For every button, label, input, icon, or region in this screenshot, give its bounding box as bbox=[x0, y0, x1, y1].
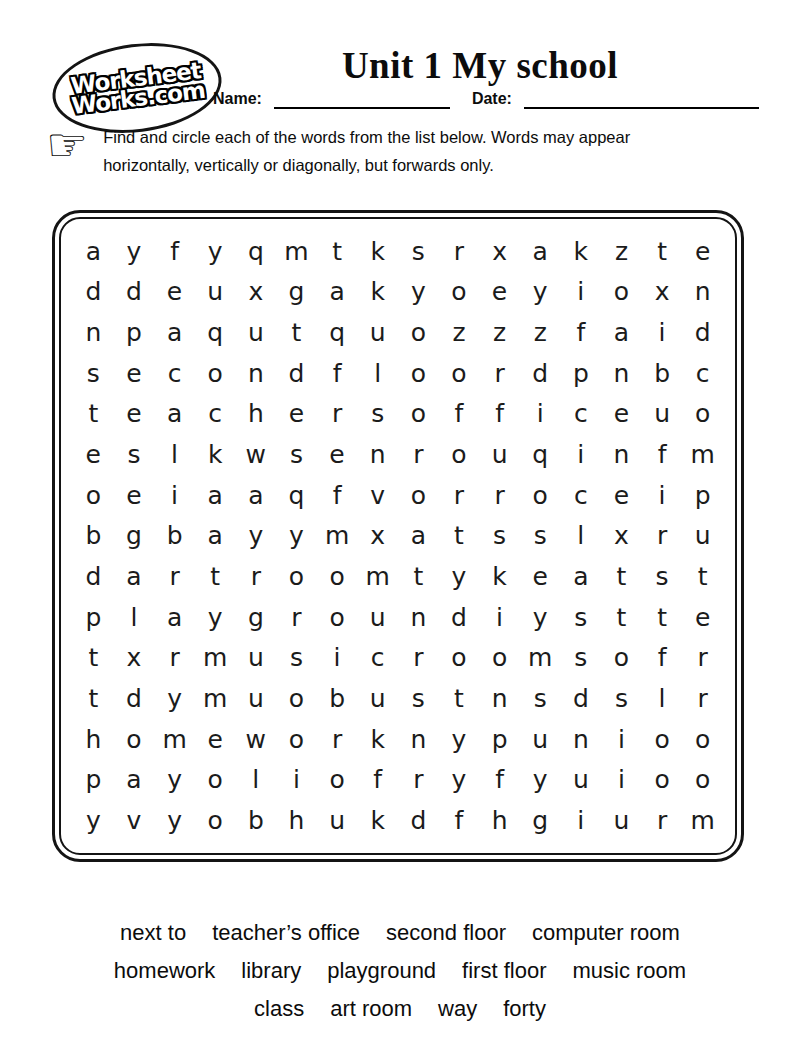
grid-cell-r9c11[interactable]: k bbox=[479, 556, 520, 597]
grid-cell-r3c4[interactable]: q bbox=[195, 312, 236, 353]
grid-cell-r8c4[interactable]: a bbox=[195, 516, 236, 557]
grid-cell-r4c5[interactable]: n bbox=[236, 353, 277, 394]
grid-cell-r14c9[interactable]: r bbox=[398, 760, 439, 801]
grid-cell-r11c15[interactable]: f bbox=[642, 638, 683, 679]
grid-cell-r15c15[interactable]: r bbox=[642, 800, 683, 841]
grid-cell-r15c10[interactable]: f bbox=[439, 800, 480, 841]
grid-cell-r1c13[interactable]: k bbox=[561, 231, 602, 272]
grid-cell-r4c6[interactable]: d bbox=[276, 353, 317, 394]
grid-cell-r1c2[interactable]: y bbox=[114, 231, 155, 272]
grid-cell-r6c9[interactable]: r bbox=[398, 434, 439, 475]
date-label: Date: bbox=[472, 90, 512, 109]
grid-cell-r10c10[interactable]: d bbox=[439, 597, 480, 638]
grid-cell-r2c5[interactable]: x bbox=[236, 272, 277, 313]
grid-cell-r11c11[interactable]: o bbox=[479, 638, 520, 679]
grid-cell-r3c2[interactable]: p bbox=[114, 312, 155, 353]
grid-cell-r11c3[interactable]: r bbox=[154, 638, 195, 679]
grid-cell-r2c13[interactable]: i bbox=[561, 272, 602, 313]
grid-cell-r14c8[interactable]: f bbox=[357, 760, 398, 801]
grid-cell-r6c5[interactable]: w bbox=[236, 434, 277, 475]
word-list: next toteacher’s officesecond floorcompu… bbox=[0, 914, 800, 1028]
grid-cell-r13c8[interactable]: k bbox=[357, 719, 398, 760]
grid-cell-r11c6[interactable]: s bbox=[276, 638, 317, 679]
grid-cell-r11c9[interactable]: r bbox=[398, 638, 439, 679]
grid-cell-r10c7[interactable]: o bbox=[317, 597, 358, 638]
grid-cell-r1c14[interactable]: z bbox=[601, 231, 642, 272]
grid-cell-r5c2[interactable]: e bbox=[114, 394, 155, 435]
word-list-item: first floor bbox=[462, 958, 546, 983]
grid-cell-r14c16[interactable]: o bbox=[682, 760, 723, 801]
word-list-item: forty bbox=[503, 996, 546, 1021]
grid-cell-r3c12[interactable]: z bbox=[520, 312, 561, 353]
grid-cell-r14c15[interactable]: o bbox=[642, 760, 683, 801]
word-list-item: next to bbox=[120, 920, 186, 945]
grid-cell-r7c5[interactable]: a bbox=[236, 475, 277, 516]
grid-cell-r4c8[interactable]: l bbox=[357, 353, 398, 394]
grid-cell-r8c13[interactable]: l bbox=[561, 516, 602, 557]
grid-cell-r15c6[interactable]: h bbox=[276, 800, 317, 841]
grid-cell-r7c6[interactable]: q bbox=[276, 475, 317, 516]
grid-cell-r10c11[interactable]: i bbox=[479, 597, 520, 638]
grid-cell-r7c1[interactable]: o bbox=[73, 475, 114, 516]
grid-cell-r3c5[interactable]: u bbox=[236, 312, 277, 353]
grid-cell-r8c14[interactable]: x bbox=[601, 516, 642, 557]
grid-cell-r12c4[interactable]: m bbox=[195, 678, 236, 719]
grid-cell-r9c3[interactable]: r bbox=[154, 556, 195, 597]
grid-cell-r9c15[interactable]: s bbox=[642, 556, 683, 597]
grid-cell-r7c16[interactable]: p bbox=[682, 475, 723, 516]
grid-cell-r5c7[interactable]: r bbox=[317, 394, 358, 435]
grid-cell-r14c4[interactable]: o bbox=[195, 760, 236, 801]
grid-cell-r11c2[interactable]: x bbox=[114, 638, 155, 679]
word-list-item: second floor bbox=[386, 920, 506, 945]
grid-cell-r4c15[interactable]: b bbox=[642, 353, 683, 394]
grid-cell-r8c8[interactable]: x bbox=[357, 516, 398, 557]
grid-cell-r8c12[interactable]: s bbox=[520, 516, 561, 557]
grid-cell-r15c8[interactable]: k bbox=[357, 800, 398, 841]
grid-cell-r13c9[interactable]: n bbox=[398, 719, 439, 760]
grid-cell-r1c11[interactable]: x bbox=[479, 231, 520, 272]
grid-cell-r11c12[interactable]: m bbox=[520, 638, 561, 679]
word-list-row: homeworklibraryplaygroundfirst floormusi… bbox=[0, 952, 800, 990]
grid-cell-r15c5[interactable]: b bbox=[236, 800, 277, 841]
page-title: Unit 1 My school bbox=[200, 44, 760, 87]
grid-cell-r5c4[interactable]: c bbox=[195, 394, 236, 435]
grid-cell-r12c1[interactable]: t bbox=[73, 678, 114, 719]
grid-cell-r13c7[interactable]: r bbox=[317, 719, 358, 760]
grid-cell-r12c12[interactable]: s bbox=[520, 678, 561, 719]
grid-cell-r5c8[interactable]: s bbox=[357, 394, 398, 435]
grid-cell-r12c8[interactable]: u bbox=[357, 678, 398, 719]
word-list-item: homework bbox=[114, 958, 215, 983]
grid-cell-r12c13[interactable]: d bbox=[561, 678, 602, 719]
grid-cell-r9c5[interactable]: r bbox=[236, 556, 277, 597]
word-list-item: computer room bbox=[532, 920, 680, 945]
name-date-row: Name: Date: bbox=[213, 90, 759, 109]
grid-cell-r7c9[interactable]: o bbox=[398, 475, 439, 516]
word-list-item: playground bbox=[327, 958, 436, 983]
grid-cell-r1c3[interactable]: f bbox=[154, 231, 195, 272]
grid-cell-r2c7[interactable]: a bbox=[317, 272, 358, 313]
grid-cell-r15c7[interactable]: u bbox=[317, 800, 358, 841]
grid-cell-r7c2[interactable]: e bbox=[114, 475, 155, 516]
grid-cell-r10c8[interactable]: u bbox=[357, 597, 398, 638]
grid-cell-r9c9[interactable]: t bbox=[398, 556, 439, 597]
grid-cell-r1c9[interactable]: s bbox=[398, 231, 439, 272]
word-list-row: next toteacher’s officesecond floorcompu… bbox=[0, 914, 800, 952]
grid-cell-r14c12[interactable]: y bbox=[520, 760, 561, 801]
grid-cell-r4c1[interactable]: s bbox=[73, 353, 114, 394]
grid-cell-r13c10[interactable]: y bbox=[439, 719, 480, 760]
grid-cell-r9c13[interactable]: a bbox=[561, 556, 602, 597]
grid-cell-r13c16[interactable]: o bbox=[682, 719, 723, 760]
grid-cell-r4c9[interactable]: o bbox=[398, 353, 439, 394]
grid-cell-r15c1[interactable]: y bbox=[73, 800, 114, 841]
grid-cell-r14c3[interactable]: y bbox=[154, 760, 195, 801]
grid-cell-r9c2[interactable]: a bbox=[114, 556, 155, 597]
grid-cell-r5c16[interactable]: o bbox=[682, 394, 723, 435]
grid-cell-r15c12[interactable]: g bbox=[520, 800, 561, 841]
grid-cell-r9c1[interactable]: d bbox=[73, 556, 114, 597]
grid-cell-r2c6[interactable]: g bbox=[276, 272, 317, 313]
grid-cell-r2c12[interactable]: y bbox=[520, 272, 561, 313]
grid-cell-r14c14[interactable]: i bbox=[601, 760, 642, 801]
grid-cell-r5c10[interactable]: f bbox=[439, 394, 480, 435]
grid-cell-r1c1[interactable]: a bbox=[73, 231, 114, 272]
grid-cell-r4c13[interactable]: p bbox=[561, 353, 602, 394]
grid-cell-r12c11[interactable]: n bbox=[479, 678, 520, 719]
grid-cell-r4c11[interactable]: r bbox=[479, 353, 520, 394]
grid-cell-r10c14[interactable]: t bbox=[601, 597, 642, 638]
grid-cell-r1c10[interactable]: r bbox=[439, 231, 480, 272]
grid-cell-r6c8[interactable]: n bbox=[357, 434, 398, 475]
grid-cell-r2c14[interactable]: o bbox=[601, 272, 642, 313]
grid-cell-r6c14[interactable]: n bbox=[601, 434, 642, 475]
grid-cell-r12c5[interactable]: u bbox=[236, 678, 277, 719]
grid-cell-r2c8[interactable]: k bbox=[357, 272, 398, 313]
grid-cell-r8c7[interactable]: m bbox=[317, 516, 358, 557]
grid-cell-r4c7[interactable]: f bbox=[317, 353, 358, 394]
wordsearch-board: ayfyqmtksrxakzteddeuxgakyoeyioxnnpaqutqu… bbox=[52, 210, 744, 862]
grid-cell-r1c15[interactable]: t bbox=[642, 231, 683, 272]
grid-cell-r11c10[interactable]: o bbox=[439, 638, 480, 679]
word-list-item: teacher’s office bbox=[212, 920, 360, 945]
grid-cell-r14c13[interactable]: u bbox=[561, 760, 602, 801]
grid-cell-r14c10[interactable]: y bbox=[439, 760, 480, 801]
grid-cell-r9c16[interactable]: t bbox=[682, 556, 723, 597]
word-list-item: music room bbox=[572, 958, 686, 983]
grid-cell-r13c11[interactable]: p bbox=[479, 719, 520, 760]
grid-cell-r4c14[interactable]: n bbox=[601, 353, 642, 394]
grid-cell-r4c16[interactable]: c bbox=[682, 353, 723, 394]
instructions-block: ☞ Find and circle each of the words from… bbox=[46, 122, 752, 179]
grid-cell-r8c11[interactable]: s bbox=[479, 516, 520, 557]
grid-cell-r6c12[interactable]: q bbox=[520, 434, 561, 475]
word-list-item: class bbox=[254, 996, 304, 1021]
grid-cell-r10c1[interactable]: p bbox=[73, 597, 114, 638]
grid-cell-r15c16[interactable]: m bbox=[682, 800, 723, 841]
grid-cell-r3c7[interactable]: q bbox=[317, 312, 358, 353]
word-list-item: library bbox=[241, 958, 301, 983]
grid-cell-r10c3[interactable]: a bbox=[154, 597, 195, 638]
grid-cell-r5c1[interactable]: t bbox=[73, 394, 114, 435]
grid-cell-r11c13[interactable]: s bbox=[561, 638, 602, 679]
word-list-row: classart roomwayforty bbox=[0, 990, 800, 1028]
grid-cell-r3c1[interactable]: n bbox=[73, 312, 114, 353]
grid-cell-r1c6[interactable]: m bbox=[276, 231, 317, 272]
grid-cell-r6c2[interactable]: s bbox=[114, 434, 155, 475]
grid-cell-r4c12[interactable]: d bbox=[520, 353, 561, 394]
grid-cell-r6c7[interactable]: e bbox=[317, 434, 358, 475]
grid-cell-r10c12[interactable]: y bbox=[520, 597, 561, 638]
grid-cell-r2c10[interactable]: o bbox=[439, 272, 480, 313]
grid-cell-r10c4[interactable]: y bbox=[195, 597, 236, 638]
grid-cell-r5c11[interactable]: f bbox=[479, 394, 520, 435]
word-list-item: way bbox=[438, 996, 477, 1021]
grid-cell-r3c10[interactable]: z bbox=[439, 312, 480, 353]
grid-cell-r13c12[interactable]: u bbox=[520, 719, 561, 760]
grid-cell-r10c2[interactable]: l bbox=[114, 597, 155, 638]
grid-cell-r8c5[interactable]: y bbox=[236, 516, 277, 557]
grid-cell-r10c13[interactable]: s bbox=[561, 597, 602, 638]
grid-cell-r12c6[interactable]: o bbox=[276, 678, 317, 719]
grid-cell-r14c6[interactable]: i bbox=[276, 760, 317, 801]
grid-cell-r4c4[interactable]: o bbox=[195, 353, 236, 394]
grid-cell-r4c2[interactable]: e bbox=[114, 353, 155, 394]
grid-cell-r7c14[interactable]: e bbox=[601, 475, 642, 516]
grid-cell-r2c15[interactable]: x bbox=[642, 272, 683, 313]
grid-cell-r7c12[interactable]: o bbox=[520, 475, 561, 516]
grid-cell-r10c5[interactable]: g bbox=[236, 597, 277, 638]
grid-cell-r6c4[interactable]: k bbox=[195, 434, 236, 475]
grid-cell-r10c16[interactable]: e bbox=[682, 597, 723, 638]
grid-cell-r7c8[interactable]: v bbox=[357, 475, 398, 516]
grid-cell-r10c15[interactable]: t bbox=[642, 597, 683, 638]
grid-cell-r9c6[interactable]: o bbox=[276, 556, 317, 597]
grid-cell-r11c14[interactable]: o bbox=[601, 638, 642, 679]
grid-cell-r5c15[interactable]: u bbox=[642, 394, 683, 435]
grid-cell-r13c15[interactable]: o bbox=[642, 719, 683, 760]
grid-cell-r8c15[interactable]: r bbox=[642, 516, 683, 557]
grid-cell-r11c1[interactable]: t bbox=[73, 638, 114, 679]
pointing-hand-icon: ☞ bbox=[46, 122, 88, 168]
grid-cell-r13c1[interactable]: h bbox=[73, 719, 114, 760]
grid-cell-r15c4[interactable]: o bbox=[195, 800, 236, 841]
grid-cell-r10c9[interactable]: n bbox=[398, 597, 439, 638]
grid-cell-r3c14[interactable]: a bbox=[601, 312, 642, 353]
grid-cell-r4c3[interactable]: c bbox=[154, 353, 195, 394]
grid-cell-r6c13[interactable]: i bbox=[561, 434, 602, 475]
grid-cell-r5c13[interactable]: c bbox=[561, 394, 602, 435]
grid-cell-r3c13[interactable]: f bbox=[561, 312, 602, 353]
grid-cell-r7c3[interactable]: i bbox=[154, 475, 195, 516]
grid-cell-r8c9[interactable]: a bbox=[398, 516, 439, 557]
grid-cell-r5c12[interactable]: i bbox=[520, 394, 561, 435]
grid-cell-r7c7[interactable]: f bbox=[317, 475, 358, 516]
grid-cell-r10c6[interactable]: r bbox=[276, 597, 317, 638]
grid-cell-r15c11[interactable]: h bbox=[479, 800, 520, 841]
grid-cell-r1c7[interactable]: t bbox=[317, 231, 358, 272]
grid-cell-r12c16[interactable]: r bbox=[682, 678, 723, 719]
grid-cell-r5c14[interactable]: e bbox=[601, 394, 642, 435]
date-input-line[interactable] bbox=[524, 91, 759, 109]
grid-cell-r1c12[interactable]: a bbox=[520, 231, 561, 272]
grid-cell-r8c10[interactable]: t bbox=[439, 516, 480, 557]
grid-cell-r6c3[interactable]: l bbox=[154, 434, 195, 475]
instructions-text: Find and circle each of the words from t… bbox=[103, 122, 630, 179]
grid-cell-r11c16[interactable]: r bbox=[682, 638, 723, 679]
grid-cell-r6c11[interactable]: u bbox=[479, 434, 520, 475]
grid-cell-r5c9[interactable]: o bbox=[398, 394, 439, 435]
grid-cell-r12c3[interactable]: y bbox=[154, 678, 195, 719]
grid-cell-r8c2[interactable]: g bbox=[114, 516, 155, 557]
grid-cell-r11c5[interactable]: u bbox=[236, 638, 277, 679]
grid-cell-r13c14[interactable]: i bbox=[601, 719, 642, 760]
grid-cell-r2c9[interactable]: y bbox=[398, 272, 439, 313]
grid-cell-r6c6[interactable]: s bbox=[276, 434, 317, 475]
grid-cell-r14c5[interactable]: l bbox=[236, 760, 277, 801]
grid-cell-r12c7[interactable]: b bbox=[317, 678, 358, 719]
grid-cell-r13c6[interactable]: o bbox=[276, 719, 317, 760]
name-input-line[interactable] bbox=[274, 91, 450, 109]
grid-cell-r2c2[interactable]: d bbox=[114, 272, 155, 313]
name-label: Name: bbox=[213, 90, 262, 109]
grid-cell-r8c3[interactable]: b bbox=[154, 516, 195, 557]
grid-cell-r13c13[interactable]: n bbox=[561, 719, 602, 760]
grid-cell-r14c1[interactable]: p bbox=[73, 760, 114, 801]
grid-cell-r9c7[interactable]: o bbox=[317, 556, 358, 597]
grid-cell-r13c5[interactable]: w bbox=[236, 719, 277, 760]
grid-cell-r12c14[interactable]: s bbox=[601, 678, 642, 719]
grid-cell-r6c16[interactable]: m bbox=[682, 434, 723, 475]
grid-cell-r6c10[interactable]: o bbox=[439, 434, 480, 475]
grid-cell-r12c15[interactable]: l bbox=[642, 678, 683, 719]
grid-cell-r11c7[interactable]: i bbox=[317, 638, 358, 679]
grid-cell-r9c4[interactable]: t bbox=[195, 556, 236, 597]
grid-cell-r7c11[interactable]: r bbox=[479, 475, 520, 516]
grid-cell-r9c10[interactable]: y bbox=[439, 556, 480, 597]
grid-cell-r7c4[interactable]: a bbox=[195, 475, 236, 516]
grid-cell-r15c3[interactable]: y bbox=[154, 800, 195, 841]
grid-cell-r11c8[interactable]: c bbox=[357, 638, 398, 679]
grid-cell-r4c10[interactable]: o bbox=[439, 353, 480, 394]
grid-cell-r3c9[interactable]: o bbox=[398, 312, 439, 353]
grid-cell-r9c8[interactable]: m bbox=[357, 556, 398, 597]
grid-cell-r7c15[interactable]: i bbox=[642, 475, 683, 516]
grid-cell-r9c14[interactable]: t bbox=[601, 556, 642, 597]
instructions-line2: horizontally, vertically or diagonally, … bbox=[103, 156, 494, 174]
grid-cell-r1c8[interactable]: k bbox=[357, 231, 398, 272]
grid-cell-r3c6[interactable]: t bbox=[276, 312, 317, 353]
wordsearch-board-inner: ayfyqmtksrxakzteddeuxgakyoeyioxnnpaqutqu… bbox=[59, 217, 737, 855]
grid-cell-r14c7[interactable]: o bbox=[317, 760, 358, 801]
grid-cell-r2c4[interactable]: u bbox=[195, 272, 236, 313]
grid-cell-r2c11[interactable]: e bbox=[479, 272, 520, 313]
grid-cell-r8c6[interactable]: y bbox=[276, 516, 317, 557]
grid-cell-r15c2[interactable]: v bbox=[114, 800, 155, 841]
grid-cell-r1c4[interactable]: y bbox=[195, 231, 236, 272]
grid-cell-r2c3[interactable]: e bbox=[154, 272, 195, 313]
grid-cell-r14c11[interactable]: f bbox=[479, 760, 520, 801]
grid-cell-r9c12[interactable]: e bbox=[520, 556, 561, 597]
grid-cell-r15c9[interactable]: d bbox=[398, 800, 439, 841]
grid-cell-r5c5[interactable]: h bbox=[236, 394, 277, 435]
letter-grid: ayfyqmtksrxakzteddeuxgakyoeyioxnnpaqutqu… bbox=[73, 231, 723, 841]
grid-cell-r6c15[interactable]: f bbox=[642, 434, 683, 475]
grid-cell-r3c15[interactable]: i bbox=[642, 312, 683, 353]
grid-cell-r1c16[interactable]: e bbox=[682, 231, 723, 272]
grid-cell-r12c10[interactable]: t bbox=[439, 678, 480, 719]
grid-cell-r13c4[interactable]: e bbox=[195, 719, 236, 760]
grid-cell-r2c1[interactable]: d bbox=[73, 272, 114, 313]
grid-cell-r8c16[interactable]: u bbox=[682, 516, 723, 557]
grid-cell-r3c16[interactable]: d bbox=[682, 312, 723, 353]
grid-cell-r3c11[interactable]: z bbox=[479, 312, 520, 353]
word-list-item: art room bbox=[330, 996, 412, 1021]
grid-cell-r8c1[interactable]: b bbox=[73, 516, 114, 557]
instructions-line1: Find and circle each of the words from t… bbox=[103, 128, 630, 146]
grid-cell-r5c6[interactable]: e bbox=[276, 394, 317, 435]
grid-cell-r14c2[interactable]: a bbox=[114, 760, 155, 801]
grid-cell-r15c13[interactable]: i bbox=[561, 800, 602, 841]
grid-cell-r1c5[interactable]: q bbox=[236, 231, 277, 272]
grid-cell-r13c2[interactable]: o bbox=[114, 719, 155, 760]
grid-cell-r6c1[interactable]: e bbox=[73, 434, 114, 475]
grid-cell-r13c3[interactable]: m bbox=[154, 719, 195, 760]
grid-cell-r11c4[interactable]: m bbox=[195, 638, 236, 679]
grid-cell-r3c3[interactable]: a bbox=[154, 312, 195, 353]
grid-cell-r12c2[interactable]: d bbox=[114, 678, 155, 719]
grid-cell-r15c14[interactable]: u bbox=[601, 800, 642, 841]
grid-cell-r7c13[interactable]: c bbox=[561, 475, 602, 516]
grid-cell-r7c10[interactable]: r bbox=[439, 475, 480, 516]
grid-cell-r2c16[interactable]: n bbox=[682, 272, 723, 313]
grid-cell-r5c3[interactable]: a bbox=[154, 394, 195, 435]
grid-cell-r3c8[interactable]: u bbox=[357, 312, 398, 353]
grid-cell-r12c9[interactable]: s bbox=[398, 678, 439, 719]
